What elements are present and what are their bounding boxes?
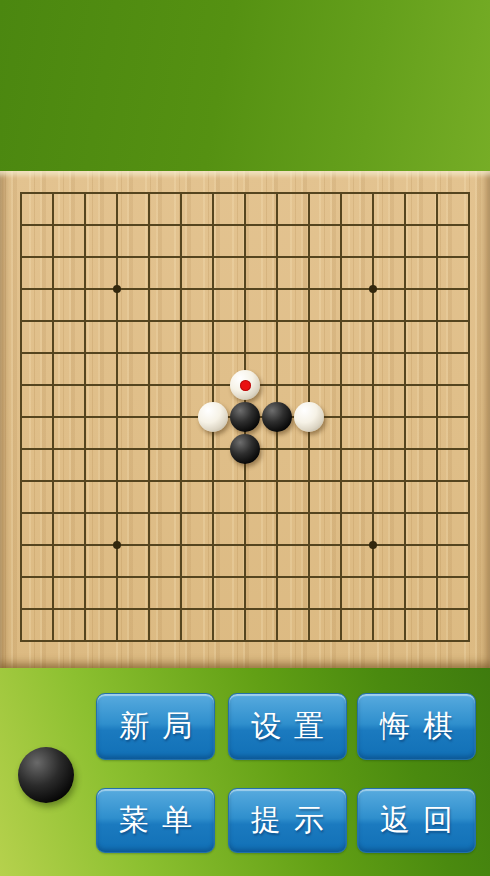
app-screen: 新局 设置 悔棋 菜单 提示 返回 <box>0 0 490 876</box>
star-point <box>113 541 121 549</box>
star-point <box>369 285 377 293</box>
new-game-button[interactable]: 新局 <box>96 693 215 760</box>
bottom-panel: 新局 设置 悔棋 菜单 提示 返回 <box>0 668 490 876</box>
go-board[interactable] <box>0 171 490 668</box>
black-stone <box>230 402 260 432</box>
undo-button[interactable]: 悔棋 <box>357 693 476 760</box>
background-top <box>0 0 490 171</box>
turn-indicator-stone <box>18 747 74 803</box>
back-button[interactable]: 返回 <box>357 788 476 853</box>
star-point <box>113 285 121 293</box>
white-stone <box>230 370 260 400</box>
black-stone <box>230 434 260 464</box>
hint-button[interactable]: 提示 <box>228 788 347 853</box>
star-point <box>369 541 377 549</box>
white-stone <box>198 402 228 432</box>
menu-button[interactable]: 菜单 <box>96 788 215 853</box>
last-move-marker <box>240 380 251 391</box>
settings-button[interactable]: 设置 <box>228 693 347 760</box>
black-stone <box>262 402 292 432</box>
white-stone <box>294 402 324 432</box>
